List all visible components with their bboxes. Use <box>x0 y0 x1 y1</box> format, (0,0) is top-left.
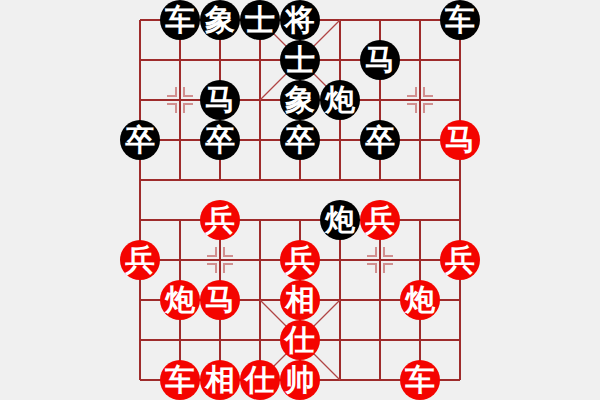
piece-black-soldier[interactable]: 卒 <box>280 120 320 160</box>
star-point-mark <box>184 104 193 113</box>
piece-red-soldier[interactable]: 兵 <box>440 240 480 280</box>
star-point-mark <box>367 264 376 273</box>
star-point-mark <box>224 264 233 273</box>
piece-black-chariot[interactable]: 车 <box>160 0 200 40</box>
star-point-mark <box>424 104 433 113</box>
piece-black-general[interactable]: 将 <box>280 0 320 40</box>
piece-black-advisor[interactable]: 士 <box>280 40 320 80</box>
piece-black-horse[interactable]: 马 <box>360 40 400 80</box>
piece-black-soldier[interactable]: 卒 <box>200 120 240 160</box>
star-point-mark <box>384 264 393 273</box>
xiangqi-board: 车象士将车士马马象炮卒卒卒卒马兵炮兵兵兵兵炮马相炮仕车相仕帅车 <box>0 0 600 400</box>
piece-black-elephant[interactable]: 象 <box>200 0 240 40</box>
star-point-mark <box>207 264 216 273</box>
piece-red-soldier[interactable]: 兵 <box>200 200 240 240</box>
piece-red-chariot[interactable]: 车 <box>160 360 200 400</box>
star-point-mark <box>384 247 393 256</box>
piece-red-soldier[interactable]: 兵 <box>120 240 160 280</box>
piece-red-general[interactable]: 帅 <box>280 360 320 400</box>
piece-red-soldier[interactable]: 兵 <box>280 240 320 280</box>
piece-red-horse[interactable]: 马 <box>200 280 240 320</box>
star-point-mark <box>224 247 233 256</box>
piece-black-elephant[interactable]: 象 <box>280 80 320 120</box>
piece-red-chariot[interactable]: 车 <box>400 360 440 400</box>
piece-black-cannon[interactable]: 炮 <box>320 80 360 120</box>
piece-red-elephant[interactable]: 相 <box>200 360 240 400</box>
piece-red-cannon[interactable]: 炮 <box>400 280 440 320</box>
piece-red-horse[interactable]: 马 <box>440 120 480 160</box>
piece-red-advisor[interactable]: 仕 <box>280 320 320 360</box>
star-point-mark <box>167 87 176 96</box>
star-point-mark <box>367 247 376 256</box>
piece-black-advisor[interactable]: 士 <box>240 0 280 40</box>
piece-red-elephant[interactable]: 相 <box>280 280 320 320</box>
piece-black-soldier[interactable]: 卒 <box>360 120 400 160</box>
piece-black-soldier[interactable]: 卒 <box>120 120 160 160</box>
piece-black-chariot[interactable]: 车 <box>440 0 480 40</box>
star-point-mark <box>407 87 416 96</box>
star-point-mark <box>407 104 416 113</box>
star-point-mark <box>424 87 433 96</box>
piece-red-advisor[interactable]: 仕 <box>240 360 280 400</box>
star-point-mark <box>167 104 176 113</box>
star-point-mark <box>184 87 193 96</box>
piece-red-cannon[interactable]: 炮 <box>160 280 200 320</box>
piece-black-horse[interactable]: 马 <box>200 80 240 120</box>
piece-red-soldier[interactable]: 兵 <box>360 200 400 240</box>
piece-black-cannon[interactable]: 炮 <box>320 200 360 240</box>
star-point-mark <box>207 247 216 256</box>
